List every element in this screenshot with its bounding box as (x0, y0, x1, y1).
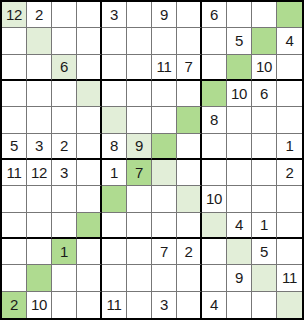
cell-r10c12[interactable] (277, 239, 302, 265)
cell-r7c4[interactable] (77, 160, 102, 186)
cell-r4c4[interactable] (77, 81, 102, 107)
cell-r8c6[interactable] (127, 186, 152, 212)
cell-r2c9[interactable] (202, 28, 227, 54)
cell-r9c6[interactable] (127, 213, 152, 239)
sudoku-board: 1223965461171010685328911112317210411725… (0, 0, 304, 320)
cell-r5c8[interactable] (177, 107, 202, 133)
cell-r4c5[interactable] (102, 81, 127, 107)
cell-r7c3[interactable]: 3 (52, 160, 77, 186)
cell-r8c12[interactable] (277, 186, 302, 212)
cell-r8c4[interactable] (77, 186, 102, 212)
cell-r5c5[interactable] (102, 107, 127, 133)
cell-r3c2[interactable] (27, 55, 52, 81)
cell-r1c12[interactable] (277, 2, 302, 28)
cell-r2c1[interactable] (2, 28, 27, 54)
cell-r1c6[interactable] (127, 2, 152, 28)
cell-r3c8[interactable]: 7 (177, 55, 202, 81)
cell-r3c6[interactable] (127, 55, 152, 81)
cell-r7c12[interactable]: 2 (277, 160, 302, 186)
cell-r1c3[interactable] (52, 2, 77, 28)
cell-r12c5[interactable]: 11 (102, 292, 127, 318)
cell-r3c11[interactable]: 10 (252, 55, 277, 81)
cell-r10c2[interactable] (27, 239, 52, 265)
cell-r8c7[interactable] (152, 186, 177, 212)
cell-r9c8[interactable] (177, 213, 202, 239)
cell-r4c6[interactable] (127, 81, 152, 107)
cell-r3c3[interactable]: 6 (52, 55, 77, 81)
cell-r1c9[interactable]: 6 (202, 2, 227, 28)
cell-r3c7[interactable]: 11 (152, 55, 177, 81)
cell-r12c10[interactable] (227, 292, 252, 318)
cell-r11c2[interactable] (27, 265, 52, 291)
cell-r6c5[interactable]: 8 (102, 134, 127, 160)
cell-r7c10[interactable] (227, 160, 252, 186)
cell-r12c4[interactable] (77, 292, 102, 318)
cell-r4c11[interactable]: 6 (252, 81, 277, 107)
cell-r8c2[interactable] (27, 186, 52, 212)
cell-r4c10[interactable]: 10 (227, 81, 252, 107)
cell-r9c12[interactable] (277, 213, 302, 239)
cell-r3c4[interactable] (77, 55, 102, 81)
cell-r6c1[interactable]: 5 (2, 134, 27, 160)
cell-r5c6[interactable] (127, 107, 152, 133)
cell-r12c1[interactable]: 2 (2, 292, 27, 318)
cell-r11c9[interactable] (202, 265, 227, 291)
cell-r2c12[interactable]: 4 (277, 28, 302, 54)
cell-r11c5[interactable] (102, 265, 127, 291)
cell-r9c9[interactable] (202, 213, 227, 239)
cell-r1c2[interactable]: 2 (27, 2, 52, 28)
cell-r5c1[interactable] (2, 107, 27, 133)
cell-r5c12[interactable] (277, 107, 302, 133)
cell-r3c5[interactable] (102, 55, 127, 81)
cell-r6c3[interactable]: 2 (52, 134, 77, 160)
cell-r2c10[interactable]: 5 (227, 28, 252, 54)
cell-r9c3[interactable] (52, 213, 77, 239)
cell-r11c8[interactable] (177, 265, 202, 291)
cell-r5c10[interactable] (227, 107, 252, 133)
cell-r11c1[interactable] (2, 265, 27, 291)
cell-r8c3[interactable] (52, 186, 77, 212)
cell-r6c4[interactable] (77, 134, 102, 160)
cell-r1c8[interactable] (177, 2, 202, 28)
cell-r5c9[interactable]: 8 (202, 107, 227, 133)
cell-r3c9[interactable] (202, 55, 227, 81)
cell-r6c2[interactable]: 3 (27, 134, 52, 160)
cell-r10c9[interactable] (202, 239, 227, 265)
cell-r2c3[interactable] (52, 28, 77, 54)
cell-r4c9[interactable] (202, 81, 227, 107)
cell-r11c7[interactable] (152, 265, 177, 291)
cell-r10c6[interactable] (127, 239, 152, 265)
cell-r7c5[interactable]: 1 (102, 160, 127, 186)
cell-r9c7[interactable] (152, 213, 177, 239)
cell-r5c2[interactable] (27, 107, 52, 133)
cell-r5c11[interactable] (252, 107, 277, 133)
cell-r11c6[interactable] (127, 265, 152, 291)
cell-r2c7[interactable] (152, 28, 177, 54)
cell-r11c11[interactable] (252, 265, 277, 291)
cell-r1c11[interactable] (252, 2, 277, 28)
cell-r10c5[interactable] (102, 239, 127, 265)
cell-r5c4[interactable] (77, 107, 102, 133)
cell-r7c9[interactable] (202, 160, 227, 186)
cell-r10c7[interactable]: 7 (152, 239, 177, 265)
cell-r9c2[interactable] (27, 213, 52, 239)
cell-r2c4[interactable] (77, 28, 102, 54)
cell-r9c11[interactable]: 1 (252, 213, 277, 239)
cell-r5c3[interactable] (52, 107, 77, 133)
cell-r1c10[interactable] (227, 2, 252, 28)
cell-r8c8[interactable] (177, 186, 202, 212)
cell-r12c12[interactable] (277, 292, 302, 318)
cell-r6c9[interactable] (202, 134, 227, 160)
cell-r10c10[interactable] (227, 239, 252, 265)
cell-r10c3[interactable]: 1 (52, 239, 77, 265)
cell-r8c11[interactable] (252, 186, 277, 212)
cell-r12c3[interactable] (52, 292, 77, 318)
cell-r6c11[interactable] (252, 134, 277, 160)
cell-r8c1[interactable] (2, 186, 27, 212)
cell-r1c7[interactable]: 9 (152, 2, 177, 28)
cell-r2c6[interactable] (127, 28, 152, 54)
cell-r6c10[interactable] (227, 134, 252, 160)
cell-r7c1[interactable]: 11 (2, 160, 27, 186)
cell-r2c11[interactable] (252, 28, 277, 54)
cell-r10c11[interactable]: 5 (252, 239, 277, 265)
cell-r12c7[interactable]: 3 (152, 292, 177, 318)
cell-r8c9[interactable]: 10 (202, 186, 227, 212)
cell-r12c2[interactable]: 10 (27, 292, 52, 318)
cell-r12c11[interactable] (252, 292, 277, 318)
cell-r7c11[interactable] (252, 160, 277, 186)
cell-r9c10[interactable]: 4 (227, 213, 252, 239)
cell-r8c5[interactable] (102, 186, 127, 212)
cell-r9c4[interactable] (77, 213, 102, 239)
cell-r1c1[interactable]: 12 (2, 2, 27, 28)
cell-r7c6[interactable]: 7 (127, 160, 152, 186)
cell-r4c12[interactable] (277, 81, 302, 107)
cell-r4c1[interactable] (2, 81, 27, 107)
cell-r11c4[interactable] (77, 265, 102, 291)
cell-r4c3[interactable] (52, 81, 77, 107)
cell-r4c8[interactable] (177, 81, 202, 107)
cell-r3c1[interactable] (2, 55, 27, 81)
cell-r8c10[interactable] (227, 186, 252, 212)
cell-r12c9[interactable]: 4 (202, 292, 227, 318)
cell-r1c5[interactable]: 3 (102, 2, 127, 28)
cell-r6c12[interactable]: 1 (277, 134, 302, 160)
cell-r12c6[interactable] (127, 292, 152, 318)
cell-r9c5[interactable] (102, 213, 127, 239)
cell-r11c12[interactable]: 11 (277, 265, 302, 291)
cell-r10c4[interactable] (77, 239, 102, 265)
cell-r2c5[interactable] (102, 28, 127, 54)
cell-r10c1[interactable] (2, 239, 27, 265)
cell-r2c2[interactable] (27, 28, 52, 54)
cell-r9c1[interactable] (2, 213, 27, 239)
cell-r4c2[interactable] (27, 81, 52, 107)
cell-r11c3[interactable] (52, 265, 77, 291)
cell-r7c2[interactable]: 12 (27, 160, 52, 186)
cell-r1c4[interactable] (77, 2, 102, 28)
cell-r6c7[interactable] (152, 134, 177, 160)
cell-r2c8[interactable] (177, 28, 202, 54)
cell-r7c8[interactable] (177, 160, 202, 186)
cell-r11c10[interactable]: 9 (227, 265, 252, 291)
cell-r3c10[interactable] (227, 55, 252, 81)
cell-r7c7[interactable] (152, 160, 177, 186)
cell-r12c8[interactable] (177, 292, 202, 318)
cell-r4c7[interactable] (152, 81, 177, 107)
cell-r6c6[interactable]: 9 (127, 134, 152, 160)
cell-r10c8[interactable]: 2 (177, 239, 202, 265)
cell-r3c12[interactable] (277, 55, 302, 81)
cell-r5c7[interactable] (152, 107, 177, 133)
cell-r6c8[interactable] (177, 134, 202, 160)
